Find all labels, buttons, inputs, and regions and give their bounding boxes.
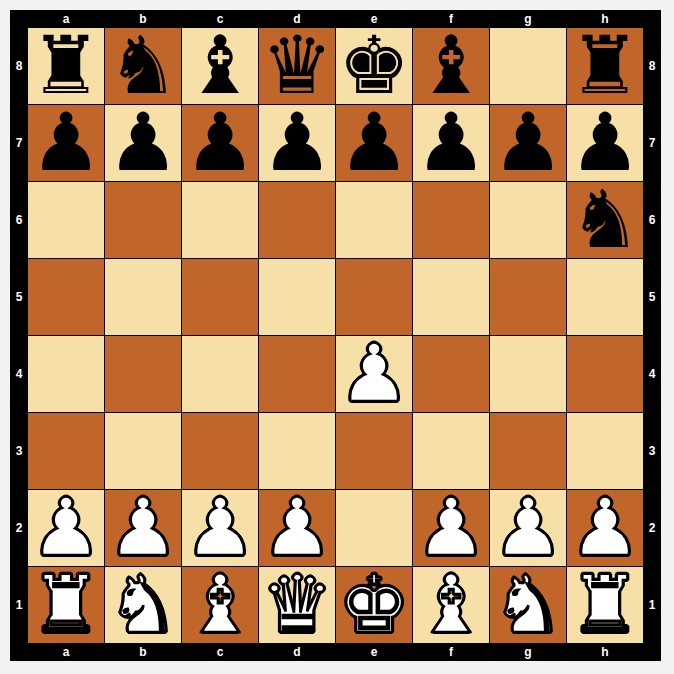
rank-label-7: 7 [10,134,28,152]
rank-label-8: 8 [643,57,661,75]
square-h2[interactable]: ♟ [567,490,643,566]
white-pawn[interactable]: ♟ [338,336,410,412]
black-pawn[interactable]: ♟ [107,105,179,181]
square-b5[interactable] [105,259,181,335]
black-rook[interactable]: ♜ [30,28,102,104]
white-pawn[interactable]: ♟ [569,490,641,566]
square-a7[interactable]: ♟ [28,105,104,181]
white-knight[interactable]: ♞ [492,567,564,643]
square-d7[interactable]: ♟ [259,105,335,181]
white-knight[interactable]: ♞ [107,567,179,643]
square-g2[interactable]: ♟ [490,490,566,566]
square-e4[interactable]: ♟ [336,336,412,412]
square-a2[interactable]: ♟ [28,490,104,566]
rank-label-5: 5 [10,288,28,306]
square-h8[interactable]: ♜ [567,28,643,104]
rank-label-4: 4 [643,365,661,383]
file-label-f: f [449,643,453,661]
black-pawn[interactable]: ♟ [569,105,641,181]
black-king[interactable]: ♚ [338,28,410,104]
square-f7[interactable]: ♟ [413,105,489,181]
square-c4[interactable] [182,336,258,412]
black-knight[interactable]: ♞ [569,182,641,258]
white-rook[interactable]: ♜ [569,567,641,643]
square-e5[interactable] [336,259,412,335]
square-e3[interactable] [336,413,412,489]
black-pawn[interactable]: ♟ [261,105,333,181]
file-label-c: c [217,643,224,661]
square-h4[interactable] [567,336,643,412]
black-knight[interactable]: ♞ [107,28,179,104]
rank-label-1: 1 [10,596,28,614]
black-pawn[interactable]: ♟ [415,105,487,181]
square-c1[interactable]: ♝ [182,567,258,643]
square-e8[interactable]: ♚ [336,28,412,104]
rank-label-7: 7 [643,134,661,152]
board-grid: ♜♞♝♛♚♝♜♟♟♟♟♟♟♟♟♞♟♟♟♟♟♟♟♟♜♞♝♛♚♝♞♜ [28,28,643,643]
black-rook[interactable]: ♜ [569,28,641,104]
square-f5[interactable] [413,259,489,335]
white-bishop[interactable]: ♝ [415,567,487,643]
square-a1[interactable]: ♜ [28,567,104,643]
black-bishop[interactable]: ♝ [415,28,487,104]
rank-label-4: 4 [10,365,28,383]
square-a4[interactable] [28,336,104,412]
file-label-e: e [371,643,378,661]
square-e1[interactable]: ♚ [336,567,412,643]
square-h3[interactable] [567,413,643,489]
square-g4[interactable] [490,336,566,412]
white-king[interactable]: ♚ [338,567,410,643]
white-bishop[interactable]: ♝ [184,567,256,643]
square-a3[interactable] [28,413,104,489]
square-c6[interactable] [182,182,258,258]
square-d6[interactable] [259,182,335,258]
square-d4[interactable] [259,336,335,412]
square-g3[interactable] [490,413,566,489]
white-rook[interactable]: ♜ [30,567,102,643]
file-label-d: d [293,643,300,661]
file-labels-bottom: abcdefgh [28,643,643,661]
rank-label-3: 3 [643,442,661,460]
square-d2[interactable]: ♟ [259,490,335,566]
square-c8[interactable]: ♝ [182,28,258,104]
square-g6[interactable] [490,182,566,258]
black-bishop[interactable]: ♝ [184,28,256,104]
square-b1[interactable]: ♞ [105,567,181,643]
square-a6[interactable] [28,182,104,258]
square-g8[interactable] [490,28,566,104]
square-e2[interactable] [336,490,412,566]
rank-label-2: 2 [643,519,661,537]
square-f6[interactable] [413,182,489,258]
square-c7[interactable]: ♟ [182,105,258,181]
black-pawn[interactable]: ♟ [492,105,564,181]
rank-label-3: 3 [10,442,28,460]
white-pawn[interactable]: ♟ [107,490,179,566]
square-c3[interactable] [182,413,258,489]
file-label-a: a [63,643,70,661]
white-pawn[interactable]: ♟ [415,490,487,566]
rank-labels-right: 87654321 [643,28,661,643]
rank-label-1: 1 [643,596,661,614]
square-h5[interactable] [567,259,643,335]
file-label-g: g [524,643,531,661]
white-pawn[interactable]: ♟ [30,490,102,566]
file-label-b: b [139,643,146,661]
rank-label-2: 2 [10,519,28,537]
square-c2[interactable]: ♟ [182,490,258,566]
black-queen[interactable]: ♛ [261,28,333,104]
square-b7[interactable]: ♟ [105,105,181,181]
square-f3[interactable] [413,413,489,489]
square-g1[interactable]: ♞ [490,567,566,643]
square-d1[interactable]: ♛ [259,567,335,643]
square-b3[interactable] [105,413,181,489]
square-d3[interactable] [259,413,335,489]
square-d8[interactable]: ♛ [259,28,335,104]
file-label-h: h [601,643,608,661]
rank-label-6: 6 [10,211,28,229]
white-pawn[interactable]: ♟ [184,490,256,566]
white-pawn[interactable]: ♟ [261,490,333,566]
square-g7[interactable]: ♟ [490,105,566,181]
black-pawn[interactable]: ♟ [30,105,102,181]
square-e7[interactable]: ♟ [336,105,412,181]
black-pawn[interactable]: ♟ [184,105,256,181]
square-a5[interactable] [28,259,104,335]
square-f1[interactable]: ♝ [413,567,489,643]
square-b8[interactable]: ♞ [105,28,181,104]
rank-label-5: 5 [643,288,661,306]
square-f2[interactable]: ♟ [413,490,489,566]
square-a8[interactable]: ♜ [28,28,104,104]
square-f4[interactable] [413,336,489,412]
rank-label-8: 8 [10,57,28,75]
square-h6[interactable]: ♞ [567,182,643,258]
square-e6[interactable] [336,182,412,258]
square-b4[interactable] [105,336,181,412]
square-b2[interactable]: ♟ [105,490,181,566]
square-c5[interactable] [182,259,258,335]
square-h7[interactable]: ♟ [567,105,643,181]
square-f8[interactable]: ♝ [413,28,489,104]
file-label-g: g [524,10,531,28]
rank-label-6: 6 [643,211,661,229]
square-g5[interactable] [490,259,566,335]
white-queen[interactable]: ♛ [261,567,333,643]
black-pawn[interactable]: ♟ [338,105,410,181]
white-pawn[interactable]: ♟ [492,490,564,566]
square-b6[interactable] [105,182,181,258]
square-d5[interactable] [259,259,335,335]
chess-board: abcdefgh 87654321 ♜♞♝♛♚♝♜♟♟♟♟♟♟♟♟♞♟♟♟♟♟♟… [10,10,661,661]
square-h1[interactable]: ♜ [567,567,643,643]
rank-labels-left: 87654321 [10,28,28,643]
